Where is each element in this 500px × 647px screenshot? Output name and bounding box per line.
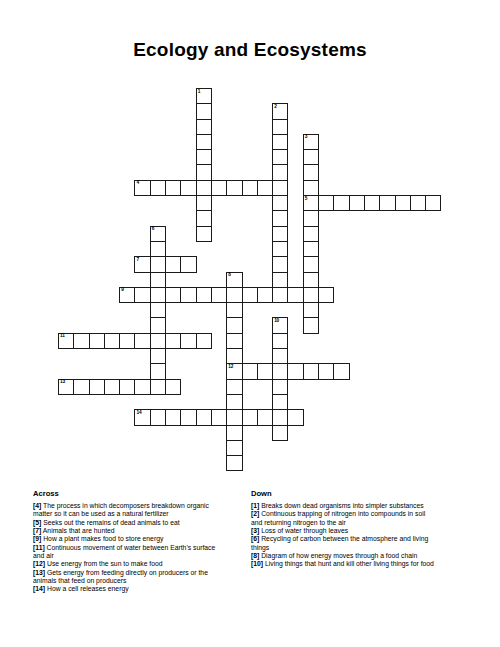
grid-cell[interactable]: 5: [303, 195, 319, 211]
clue-number: [12]: [33, 560, 45, 567]
grid-cell[interactable]: [150, 241, 166, 257]
across-clue-list: [4] The process in which decomposers bre…: [33, 502, 249, 594]
grid-cell[interactable]: [211, 287, 227, 303]
grid-cell[interactable]: [196, 409, 212, 425]
grid-cell[interactable]: [272, 210, 288, 226]
grid-cell[interactable]: [226, 180, 242, 196]
grid-cell[interactable]: [272, 241, 288, 257]
grid-cell[interactable]: [303, 256, 319, 272]
grid-cell[interactable]: [272, 333, 288, 349]
cell-number: 9: [121, 288, 123, 293]
clue-number: [5]: [33, 519, 41, 526]
grid-cell[interactable]: [150, 317, 166, 333]
down-clue-list: [1] Breaks down dead organisms into simp…: [251, 502, 489, 569]
cell-number: 5: [305, 197, 307, 202]
grid-cell[interactable]: [272, 394, 288, 410]
page: Ecology and Ecosystems 12345678910111213…: [0, 0, 500, 647]
grid-cell[interactable]: [303, 164, 319, 180]
grid-cell[interactable]: [134, 287, 150, 303]
clue-number: [13]: [33, 569, 45, 576]
grid-cell[interactable]: 11: [58, 333, 74, 349]
grid-cell[interactable]: [272, 256, 288, 272]
across-header: Across: [33, 489, 249, 498]
grid-cell[interactable]: [150, 409, 166, 425]
cell-number: 14: [136, 411, 141, 416]
grid-cell[interactable]: [196, 210, 212, 226]
grid-cell[interactable]: [150, 379, 166, 395]
clue-number: [4]: [33, 502, 41, 509]
down-header: Down: [251, 489, 489, 498]
clue-number: [14]: [33, 585, 45, 592]
grid-cell[interactable]: [318, 287, 334, 303]
grid-cell[interactable]: [150, 348, 166, 364]
grid-cell[interactable]: [303, 149, 319, 165]
clue-number: [7]: [33, 527, 41, 534]
grid-cell[interactable]: [226, 348, 242, 364]
grid-cell[interactable]: [318, 363, 334, 379]
grid-cell[interactable]: [165, 379, 181, 395]
cell-number: 12: [228, 365, 233, 370]
grid-cell[interactable]: [226, 287, 242, 303]
grid-cell[interactable]: [333, 363, 349, 379]
cell-number: 11: [60, 334, 65, 339]
grid-cell[interactable]: [196, 287, 212, 303]
grid-cell[interactable]: [242, 409, 258, 425]
clue-down-1: [1] Breaks down dead organisms into simp…: [251, 502, 489, 510]
grid-cell[interactable]: [272, 363, 288, 379]
grid-cell[interactable]: [196, 134, 212, 150]
grid-cell[interactable]: [119, 333, 135, 349]
grid-cell[interactable]: [303, 363, 319, 379]
cell-number: 6: [152, 227, 154, 232]
grid-cell[interactable]: [272, 119, 288, 135]
grid-cell[interactable]: [303, 241, 319, 257]
grid-cell[interactable]: [226, 425, 242, 441]
clue-down-10: [10] Living things that hunt and kill ot…: [251, 560, 489, 568]
grid-cell[interactable]: [272, 195, 288, 211]
across-clues-section: Across [4] The process in which decompos…: [33, 489, 249, 594]
grid-cell[interactable]: [180, 409, 196, 425]
clue-number: [3]: [251, 527, 259, 534]
grid-cell[interactable]: [226, 379, 242, 395]
clue-across-14: [14] How a cell releases energy: [33, 585, 249, 593]
grid-cell[interactable]: [165, 333, 181, 349]
cell-number: 4: [136, 181, 138, 186]
down-clues-section: Down [1] Breaks down dead organisms into…: [251, 489, 489, 569]
grid-cell[interactable]: 1: [196, 88, 212, 104]
grid-cell[interactable]: [287, 363, 303, 379]
grid-cell[interactable]: [119, 379, 135, 395]
clue-down-2: [2] Continuous trapping of nitrogen into…: [251, 510, 489, 527]
grid-cell[interactable]: [272, 180, 288, 196]
grid-cell[interactable]: 14: [134, 409, 150, 425]
grid-cell[interactable]: [303, 226, 319, 242]
grid-cell[interactable]: [333, 195, 349, 211]
grid-cell[interactable]: [196, 119, 212, 135]
grid-cell[interactable]: [165, 256, 181, 272]
grid-cell[interactable]: [89, 379, 105, 395]
grid-cell[interactable]: [257, 287, 273, 303]
grid-cell[interactable]: [89, 333, 105, 349]
cell-number: 10: [274, 319, 279, 324]
grid-cell[interactable]: [287, 287, 303, 303]
grid-cell[interactable]: [165, 180, 181, 196]
grid-cell[interactable]: 8: [226, 272, 242, 288]
grid-cell[interactable]: [349, 195, 365, 211]
grid-cell[interactable]: 13: [58, 379, 74, 395]
grid-cell[interactable]: [242, 287, 258, 303]
grid-cell[interactable]: 12: [226, 363, 242, 379]
grid-cell[interactable]: [303, 272, 319, 288]
grid-cell[interactable]: [196, 103, 212, 119]
grid-cell[interactable]: [272, 425, 288, 441]
grid-cell[interactable]: [242, 180, 258, 196]
cell-number: 1: [198, 90, 200, 95]
grid-cell[interactable]: [226, 302, 242, 318]
clue-across-11: [11] Continuous movement of water betwee…: [33, 544, 249, 561]
grid-cell[interactable]: [272, 272, 288, 288]
grid-cell[interactable]: [272, 348, 288, 364]
clue-across-4: [4] The process in which decomposers bre…: [33, 502, 249, 519]
cell-number: 3: [305, 135, 307, 140]
grid-cell[interactable]: [150, 333, 166, 349]
grid-cell[interactable]: [272, 287, 288, 303]
grid-cell[interactable]: [257, 180, 273, 196]
grid-cell[interactable]: [180, 333, 196, 349]
grid-cell[interactable]: [395, 195, 411, 211]
grid-cell[interactable]: [287, 409, 303, 425]
grid-cell[interactable]: [104, 333, 120, 349]
grid-cell[interactable]: [226, 317, 242, 333]
grid-cell[interactable]: [180, 287, 196, 303]
grid-cell[interactable]: [150, 256, 166, 272]
grid-cell[interactable]: 10: [272, 317, 288, 333]
grid-cell[interactable]: [211, 409, 227, 425]
grid-cell[interactable]: [272, 226, 288, 242]
grid-cell[interactable]: [196, 226, 212, 242]
grid-cell[interactable]: [150, 180, 166, 196]
grid-cell[interactable]: 9: [119, 287, 135, 303]
clue-number: [9]: [33, 535, 41, 542]
grid-cell[interactable]: [196, 333, 212, 349]
clue-down-6: [6] Recycling of carbon between the atmo…: [251, 535, 489, 552]
clue-across-13: [13] Gets energy from feeding directly o…: [33, 569, 249, 586]
cell-number: 2: [274, 105, 276, 110]
clue-down-3: [3] Loss of water through leaves: [251, 527, 489, 535]
grid-cell[interactable]: [104, 379, 120, 395]
clue-number: [10]: [251, 560, 263, 567]
grid-cell[interactable]: [257, 363, 273, 379]
grid-cell[interactable]: [410, 195, 426, 211]
grid-cell[interactable]: [272, 149, 288, 165]
cell-number: 7: [136, 258, 138, 263]
grid-cell[interactable]: [134, 379, 150, 395]
clue-number: [2]: [251, 510, 259, 517]
grid-cell[interactable]: [226, 394, 242, 410]
grid-cell[interactable]: [196, 180, 212, 196]
grid-cell[interactable]: 3: [303, 134, 319, 150]
grid-cell[interactable]: [425, 195, 441, 211]
cell-number: 13: [60, 380, 65, 385]
grid-cell[interactable]: [303, 287, 319, 303]
grid-cell[interactable]: [272, 409, 288, 425]
grid-cell[interactable]: 4: [134, 180, 150, 196]
cell-number: 8: [228, 273, 230, 278]
grid-cell[interactable]: [73, 333, 89, 349]
clue-across-5: [5] Seeks out the remains of dead animal…: [33, 519, 249, 527]
grid-cell[interactable]: [303, 317, 319, 333]
grid-cell[interactable]: [257, 409, 273, 425]
grid-cell[interactable]: [226, 409, 242, 425]
grid-cell[interactable]: [242, 363, 258, 379]
grid-cell[interactable]: [364, 195, 380, 211]
grid-cell[interactable]: [180, 256, 196, 272]
puzzle-title: Ecology and Ecosystems: [0, 39, 500, 61]
grid-cell[interactable]: [196, 164, 212, 180]
grid-cell[interactable]: [165, 409, 181, 425]
grid-cell[interactable]: [150, 287, 166, 303]
grid-cell[interactable]: [196, 195, 212, 211]
grid-cell[interactable]: [165, 287, 181, 303]
clue-number: [1]: [251, 502, 259, 509]
grid-cell[interactable]: [150, 363, 166, 379]
clue-number: [6]: [251, 535, 259, 542]
grid-cell[interactable]: [318, 195, 334, 211]
grid-cell[interactable]: [272, 134, 288, 150]
clue-across-7: [7] Animals that are hunted: [33, 527, 249, 535]
grid-cell[interactable]: [73, 379, 89, 395]
grid-cell[interactable]: [226, 440, 242, 456]
grid-cell[interactable]: [226, 333, 242, 349]
grid-cell[interactable]: 7: [134, 256, 150, 272]
grid-cell[interactable]: [150, 272, 166, 288]
clue-across-9: [9] How a plant makes food to store ener…: [33, 535, 249, 543]
grid-cell[interactable]: [226, 455, 242, 471]
grid-cell[interactable]: [180, 180, 196, 196]
grid-cell[interactable]: [303, 180, 319, 196]
clue-number: [11]: [33, 544, 45, 551]
clue-number: [8]: [251, 552, 259, 559]
grid-cell[interactable]: [379, 195, 395, 211]
grid-cell[interactable]: [303, 210, 319, 226]
clue-across-12: [12] Use energy from the sun to make foo…: [33, 560, 249, 568]
grid-cell[interactable]: [134, 333, 150, 349]
grid-cell[interactable]: [211, 180, 227, 196]
grid-cell[interactable]: 6: [150, 226, 166, 242]
clue-down-8: [8] Diagram of how energy moves through …: [251, 552, 489, 560]
grid-cell[interactable]: 2: [272, 103, 288, 119]
grid-cell[interactable]: [150, 302, 166, 318]
grid-cell[interactable]: [196, 149, 212, 165]
grid-cell[interactable]: [303, 302, 319, 318]
crossword-grid: 1234567891011121314: [58, 88, 442, 472]
grid-cell[interactable]: [272, 379, 288, 395]
grid-cell[interactable]: [272, 164, 288, 180]
